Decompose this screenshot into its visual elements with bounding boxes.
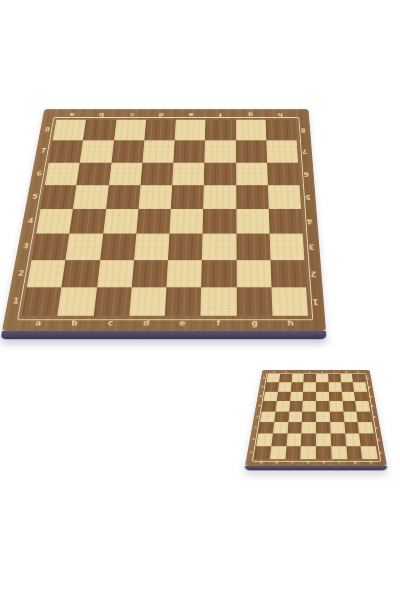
thumb-square-d5 bbox=[302, 401, 316, 411]
main-square-d6 bbox=[140, 162, 173, 185]
thumb-square-f8 bbox=[328, 374, 341, 383]
main-square-d5 bbox=[138, 185, 172, 209]
thumb-square-a2 bbox=[256, 434, 272, 446]
thumb-square-e8 bbox=[316, 374, 328, 383]
thumb-playing-area bbox=[254, 374, 378, 459]
main-square-e8 bbox=[175, 120, 206, 141]
thumb-file-label-c: c bbox=[285, 459, 301, 466]
main-square-d8 bbox=[144, 120, 176, 141]
thumb-rank-label-4-flipped: 4 bbox=[370, 411, 379, 422]
main-file-label-c-flipped: c bbox=[116, 109, 147, 119]
thumb-square-g3 bbox=[344, 422, 359, 434]
thumb-rank-label-1-flipped: 1 bbox=[376, 446, 386, 459]
main-square-a6 bbox=[45, 162, 80, 185]
thumb-square-f5 bbox=[329, 401, 343, 411]
thumb-file-label-f-flipped: f bbox=[328, 370, 340, 374]
main-square-a8 bbox=[53, 120, 87, 141]
main-file-label-b-flipped: b bbox=[86, 109, 117, 119]
main-ctop-coordinates: abcdefgh bbox=[56, 109, 295, 119]
thumb-square-g7 bbox=[341, 383, 354, 392]
main-square-g2 bbox=[236, 260, 271, 287]
thumb-square-f6 bbox=[329, 392, 343, 402]
thumb-board-surface: 8765432187654321abcdefghabcdefgh bbox=[245, 370, 387, 466]
thumb-square-e3 bbox=[316, 422, 330, 434]
thumb-file-label-b-flipped: b bbox=[280, 370, 292, 374]
main-square-b1 bbox=[57, 287, 96, 316]
thumb-rank-label-3-flipped: 3 bbox=[372, 422, 381, 434]
thumb-square-c1 bbox=[285, 446, 301, 459]
main-square-f8 bbox=[205, 120, 236, 141]
thumb-rank-label-6-flipped: 6 bbox=[367, 392, 375, 402]
main-rank-label-6-flipped: 6 bbox=[298, 162, 314, 185]
main-square-c5 bbox=[106, 185, 141, 209]
thumb-square-c7 bbox=[291, 383, 304, 392]
thumb-square-g2 bbox=[345, 434, 361, 446]
thumb-square-e5 bbox=[316, 401, 330, 411]
thumb-square-f2 bbox=[330, 434, 345, 446]
thumb-square-c5 bbox=[289, 401, 303, 411]
main-square-h7 bbox=[266, 141, 298, 163]
thumb-square-g1 bbox=[346, 446, 363, 459]
main-file-label-d-flipped: d bbox=[146, 109, 176, 119]
main-file-label-f-flipped: f bbox=[206, 109, 236, 119]
thumb-board-edge bbox=[244, 466, 388, 470]
main-square-d3 bbox=[134, 234, 170, 260]
main-square-e2 bbox=[166, 260, 202, 287]
main-square-b8 bbox=[83, 120, 116, 141]
main-square-g6 bbox=[236, 162, 268, 185]
thumb-file-label-a: a bbox=[253, 459, 270, 466]
main-square-c3 bbox=[100, 234, 136, 260]
main-square-f4 bbox=[203, 209, 236, 234]
main-rank-label-8-flipped: 8 bbox=[295, 120, 311, 141]
main-rank-label-5-flipped: 5 bbox=[300, 185, 317, 209]
main-square-b4 bbox=[69, 209, 105, 234]
thumb-file-label-f: f bbox=[331, 459, 347, 466]
thumb-file-label-c-flipped: c bbox=[292, 370, 304, 374]
main-square-g5 bbox=[236, 185, 269, 209]
thumb-file-label-h: h bbox=[362, 459, 379, 466]
thumb-file-label-d-flipped: d bbox=[304, 370, 316, 374]
main-square-h5 bbox=[268, 185, 301, 209]
main-square-b7 bbox=[80, 141, 114, 163]
main-file-label-h-flipped: h bbox=[265, 109, 295, 119]
main-square-h1 bbox=[271, 287, 308, 316]
thumb-square-c8 bbox=[291, 374, 304, 383]
thumb-square-b4 bbox=[274, 411, 289, 422]
thumb-square-e4 bbox=[316, 411, 330, 422]
thumb-square-a5 bbox=[262, 401, 277, 411]
product-photo: 8765432187654321abcdefghabcdefgh 8765432… bbox=[0, 0, 400, 592]
thumb-square-a7 bbox=[265, 383, 279, 392]
main-square-h3 bbox=[269, 234, 304, 260]
main-board-surface: 8765432187654321abcdefghabcdefgh bbox=[2, 109, 326, 331]
main-square-b6 bbox=[77, 162, 111, 185]
thumb-square-f7 bbox=[328, 383, 341, 392]
main-file-label-f: f bbox=[200, 316, 236, 331]
thumb-square-g8 bbox=[340, 374, 353, 383]
thumb-rank-label-5-flipped: 5 bbox=[369, 401, 378, 411]
thumb-square-d6 bbox=[303, 392, 316, 402]
main-square-c7 bbox=[111, 141, 144, 163]
thumb-square-c2 bbox=[286, 434, 301, 446]
thumb-square-g4 bbox=[343, 411, 358, 422]
main-square-d2 bbox=[132, 260, 168, 287]
main-file-label-b: b bbox=[55, 316, 93, 331]
main-rank-label-2-flipped: 2 bbox=[304, 260, 322, 287]
main-square-c6 bbox=[108, 162, 142, 185]
main-square-d1 bbox=[129, 287, 166, 316]
thumb-square-b3 bbox=[273, 422, 288, 434]
main-rank-label-1-flipped: 1 bbox=[306, 287, 325, 316]
main-square-e6 bbox=[172, 162, 204, 185]
main-board: 8765432187654321abcdefghabcdefgh bbox=[2, 31, 326, 331]
main-square-h2 bbox=[270, 260, 306, 287]
thumb-file-label-h-flipped: h bbox=[352, 370, 365, 374]
thumb-cbot-coordinates: abcdefgh bbox=[253, 459, 379, 466]
main-square-a4 bbox=[36, 209, 73, 234]
thumb-square-e1 bbox=[316, 446, 331, 459]
main-square-b3 bbox=[66, 234, 103, 260]
thumb-file-label-e-flipped: e bbox=[316, 370, 328, 374]
main-square-f6 bbox=[204, 162, 236, 185]
thumb-square-g6 bbox=[341, 392, 355, 402]
main-square-d7 bbox=[142, 141, 174, 163]
thumb-file-label-a-flipped: a bbox=[268, 370, 281, 374]
thumb-square-d1 bbox=[301, 446, 316, 459]
thumb-square-g5 bbox=[342, 401, 356, 411]
main-square-f2 bbox=[201, 260, 236, 287]
main-playing-area bbox=[22, 120, 308, 316]
thumb-square-f1 bbox=[331, 446, 347, 459]
thumb-square-b8 bbox=[279, 374, 292, 383]
thumb-file-label-b: b bbox=[269, 459, 285, 466]
thumb-square-a3 bbox=[258, 422, 274, 434]
main-rank-label-7-flipped: 7 bbox=[297, 141, 313, 163]
thumb-file-label-d: d bbox=[300, 459, 316, 466]
main-square-c1 bbox=[93, 287, 131, 316]
main-square-g4 bbox=[236, 209, 269, 234]
main-square-f3 bbox=[202, 234, 236, 260]
main-square-a3 bbox=[32, 234, 70, 260]
thumb-square-c6 bbox=[290, 392, 304, 402]
main-square-f1 bbox=[201, 287, 237, 316]
thumb-square-b5 bbox=[275, 401, 289, 411]
thumb-square-e7 bbox=[316, 383, 329, 392]
thumb-file-label-e: e bbox=[316, 459, 332, 466]
thumb-square-d4 bbox=[302, 411, 316, 422]
thumb-square-c3 bbox=[287, 422, 302, 434]
main-square-h4 bbox=[269, 209, 303, 234]
thumb-square-f3 bbox=[330, 422, 345, 434]
main-square-a5 bbox=[41, 185, 77, 209]
main-square-e3 bbox=[168, 234, 203, 260]
main-square-b5 bbox=[73, 185, 108, 209]
main-rank-label-3-flipped: 3 bbox=[303, 234, 321, 260]
thumb-square-b7 bbox=[278, 383, 291, 392]
main-square-c2 bbox=[97, 260, 134, 287]
main-square-e7 bbox=[173, 141, 205, 163]
main-square-g1 bbox=[236, 287, 272, 316]
main-file-label-a: a bbox=[19, 316, 57, 331]
main-file-label-e-flipped: e bbox=[176, 109, 206, 119]
thumb-square-d3 bbox=[302, 422, 316, 434]
main-square-e5 bbox=[171, 185, 204, 209]
main-square-a1 bbox=[22, 287, 62, 316]
thumb-square-d2 bbox=[301, 434, 316, 446]
thumb-file-label-g: g bbox=[347, 459, 363, 466]
main-square-g3 bbox=[236, 234, 270, 260]
main-square-f7 bbox=[205, 141, 236, 163]
main-file-label-a-flipped: a bbox=[56, 109, 87, 119]
thumb-square-d7 bbox=[303, 383, 316, 392]
main-file-label-c: c bbox=[92, 316, 130, 331]
thumb-square-d8 bbox=[304, 374, 316, 383]
thumb-rank-label-2-flipped: 2 bbox=[374, 434, 384, 446]
main-square-g7 bbox=[236, 141, 267, 163]
thumb-square-b6 bbox=[277, 392, 291, 402]
main-square-e4 bbox=[169, 209, 203, 234]
main-square-e1 bbox=[165, 287, 202, 316]
main-square-c8 bbox=[114, 120, 146, 141]
thumb-square-a6 bbox=[263, 392, 277, 402]
thumb-square-b2 bbox=[271, 434, 287, 446]
thumb-rank-label-8-flipped: 8 bbox=[364, 374, 372, 383]
main-square-g8 bbox=[236, 120, 267, 141]
main-square-a7 bbox=[49, 141, 83, 163]
main-square-d4 bbox=[136, 209, 171, 234]
thumb-file-label-g-flipped: g bbox=[340, 370, 352, 374]
main-square-h6 bbox=[267, 162, 300, 185]
thumb-square-f4 bbox=[330, 411, 344, 422]
thumb-square-a4 bbox=[260, 411, 275, 422]
thumb-square-e6 bbox=[316, 392, 329, 402]
thumb-ctop-coordinates: abcdefgh bbox=[268, 370, 364, 374]
thumbnail-board[interactable]: 8765432187654321abcdefghabcdefgh bbox=[245, 319, 387, 466]
main-file-label-g-flipped: g bbox=[236, 109, 266, 119]
main-square-a2 bbox=[27, 260, 66, 287]
main-square-f5 bbox=[203, 185, 236, 209]
thumb-square-a8 bbox=[266, 374, 279, 383]
thumb-rank-label-7-flipped: 7 bbox=[366, 383, 374, 392]
thumb-square-c4 bbox=[288, 411, 302, 422]
thumb-square-a1 bbox=[254, 446, 271, 459]
thumb-square-b1 bbox=[270, 446, 287, 459]
main-square-b2 bbox=[62, 260, 100, 287]
main-file-label-d: d bbox=[128, 316, 165, 331]
main-square-c4 bbox=[103, 209, 138, 234]
main-file-label-e: e bbox=[164, 316, 201, 331]
thumb-square-e2 bbox=[316, 434, 331, 446]
main-rank-label-4-flipped: 4 bbox=[301, 209, 318, 234]
main-square-h8 bbox=[265, 120, 296, 141]
